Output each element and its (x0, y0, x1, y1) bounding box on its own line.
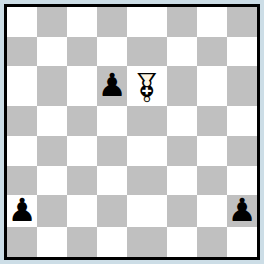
square-b3 (37, 166, 67, 196)
square-f7 (167, 37, 197, 67)
square-f3 (167, 166, 197, 196)
bishop-outline-glyph: ♗ (127, 67, 167, 107)
square-c2 (67, 195, 97, 227)
square-g1 (197, 227, 227, 257)
square-e8 (127, 7, 167, 37)
square-d5 (97, 106, 127, 136)
square-d2 (97, 195, 127, 227)
square-f4 (167, 136, 197, 166)
square-d4 (97, 136, 127, 166)
square-d3 (97, 166, 127, 196)
square-g2 (197, 195, 227, 227)
square-g7 (197, 37, 227, 67)
square-e7 (127, 37, 167, 67)
square-d1 (97, 227, 127, 257)
square-c6 (67, 66, 97, 106)
piece-white-inverted-bishop-e6: ♝♗ (127, 67, 167, 107)
square-f6 (167, 66, 197, 106)
square-g6 (197, 66, 227, 106)
piece-black-pawn-h2: ♟ (228, 194, 257, 226)
square-a1 (7, 227, 37, 257)
square-h7 (227, 37, 257, 67)
square-h2: ♟ (227, 195, 257, 227)
square-a6 (7, 66, 37, 106)
square-g3 (197, 166, 227, 196)
square-b7 (37, 37, 67, 67)
square-b4 (37, 136, 67, 166)
square-a2: ♟ (7, 195, 37, 227)
square-c7 (67, 37, 97, 67)
square-h5 (227, 106, 257, 136)
square-b6 (37, 66, 67, 106)
square-e3 (127, 166, 167, 196)
square-c8 (67, 7, 97, 37)
square-b8 (37, 7, 67, 37)
square-e6: ♝♗ (127, 66, 167, 106)
piece-black-pawn-a2: ♟ (8, 194, 37, 226)
square-d7 (97, 37, 127, 67)
square-e4 (127, 136, 167, 166)
square-f5 (167, 106, 197, 136)
square-c4 (67, 136, 97, 166)
square-g4 (197, 136, 227, 166)
square-a8 (7, 7, 37, 37)
square-f8 (167, 7, 197, 37)
chess-diagram: ♟♝♗♟♟ (0, 0, 264, 264)
chess-board: ♟♝♗♟♟ (4, 4, 260, 260)
square-h6 (227, 66, 257, 106)
square-c1 (67, 227, 97, 257)
square-f2 (167, 195, 197, 227)
square-c3 (67, 166, 97, 196)
square-e1 (127, 227, 167, 257)
square-b2 (37, 195, 67, 227)
square-b5 (37, 106, 67, 136)
square-h1 (227, 227, 257, 257)
square-a7 (7, 37, 37, 67)
square-g5 (197, 106, 227, 136)
square-e5 (127, 106, 167, 136)
square-a5 (7, 106, 37, 136)
square-h4 (227, 136, 257, 166)
square-g8 (197, 7, 227, 37)
square-d8 (97, 7, 127, 37)
square-b1 (37, 227, 67, 257)
square-h8 (227, 7, 257, 37)
square-c5 (67, 106, 97, 136)
square-a4 (7, 136, 37, 166)
square-d6: ♟ (97, 66, 127, 106)
square-f1 (167, 227, 197, 257)
piece-black-pawn-d6: ♟ (98, 69, 127, 101)
square-e2 (127, 195, 167, 227)
